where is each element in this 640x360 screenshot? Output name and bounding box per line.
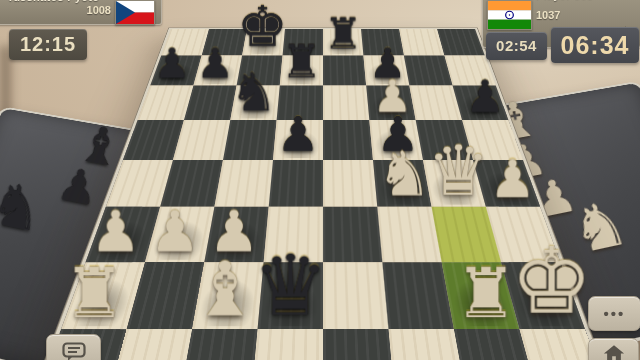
player-name-left: Tussnatos Pyoto <box>7 0 99 3</box>
captured-white-pawn: ♟ <box>630 231 640 292</box>
home-button[interactable] <box>588 338 639 360</box>
square-f3[interactable] <box>377 207 441 263</box>
square-d4[interactable] <box>269 160 323 207</box>
chess-board[interactable]: ♚♜♟♟♜♟♞♟♟♟♟♞♛♟♟♟♟♜♝♛♜♚ <box>25 28 621 360</box>
piece-black-queen-d2[interactable]: ♛ <box>239 244 341 328</box>
piece-black-pawn-d5[interactable]: ♟ <box>259 111 337 159</box>
captured-black-pawn: ♟ <box>0 232 21 290</box>
clock-left-player: 12:15 <box>9 29 87 60</box>
player-name-right: Player 365 <box>536 0 593 1</box>
india-flag-icon <box>487 0 532 30</box>
clock-right-main: 06:34 <box>551 27 639 63</box>
square-d1[interactable] <box>250 329 323 360</box>
square-e1[interactable] <box>323 329 396 360</box>
piece-black-pawn-h6[interactable]: ♟ <box>449 75 521 119</box>
player-rating-right: 1037 <box>536 9 560 21</box>
czech-flag-icon <box>115 0 155 25</box>
square-h2[interactable]: ♚ <box>501 262 585 329</box>
square-d5[interactable]: ♟ <box>273 120 323 160</box>
square-h6[interactable]: ♟ <box>453 86 509 121</box>
square-d2[interactable]: ♛ <box>258 262 323 329</box>
square-h8[interactable] <box>437 29 485 56</box>
square-h4[interactable]: ♟ <box>473 160 540 207</box>
home-icon <box>603 344 625 360</box>
player-panel-left: Tussnatos Pyoto 1008 <box>0 0 162 25</box>
captured-black-knight: ♞ <box>0 173 48 241</box>
square-a2[interactable]: ♜ <box>61 262 145 329</box>
piece-white-rook-a2[interactable]: ♜ <box>44 258 146 327</box>
more-options-button[interactable]: ••• <box>588 296 640 331</box>
chat-bubble-icon <box>62 342 86 360</box>
clock-right-secondary: 02:54 <box>486 32 547 60</box>
square-b5[interactable] <box>173 120 230 160</box>
piece-white-pawn-h4[interactable]: ♟ <box>470 153 554 205</box>
player-rating-left: 1008 <box>87 4 111 16</box>
chat-button[interactable] <box>46 334 101 360</box>
